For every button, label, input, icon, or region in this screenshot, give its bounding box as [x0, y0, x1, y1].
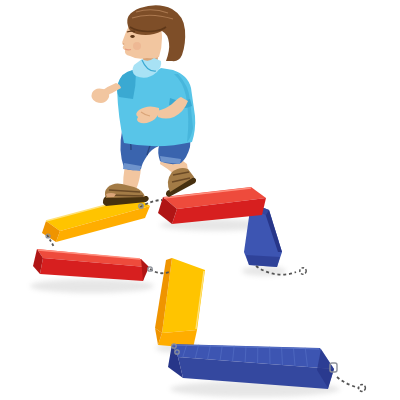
nostril — [123, 43, 125, 45]
beam-blue-bottom — [168, 344, 334, 389]
shadow-beam4 — [30, 279, 154, 293]
cheek-blush — [133, 42, 141, 50]
beam-yellow-top — [42, 197, 150, 242]
beam-red-middle — [33, 249, 149, 281]
rope-blue6-loose — [337, 377, 359, 388]
left-hand — [92, 89, 110, 104]
product-photo — [0, 0, 400, 400]
left-sleeve — [117, 70, 136, 99]
beam-end-shade — [246, 255, 280, 267]
balance-beam-scene — [0, 0, 400, 400]
beam-yellow-diagonal — [155, 258, 205, 348]
rope-hook-curl — [359, 385, 366, 392]
rope-hook-curl — [300, 268, 306, 274]
child-figure — [92, 5, 197, 206]
eye — [130, 35, 134, 38]
